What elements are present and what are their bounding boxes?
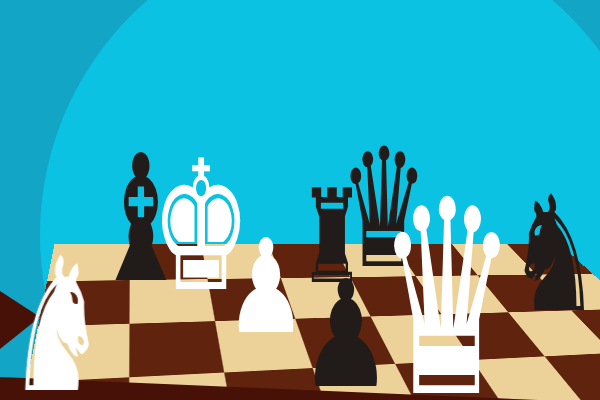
white-queen[interactable]: ♛ <box>377 165 517 400</box>
white-knight[interactable]: ♞ <box>7 234 107 400</box>
chess-illustration: ♞♝♚♟♜♛♟♛♞ <box>0 0 600 400</box>
white-pawn[interactable]: ♟ <box>225 222 307 352</box>
black-knight[interactable]: ♞ <box>507 175 600 335</box>
